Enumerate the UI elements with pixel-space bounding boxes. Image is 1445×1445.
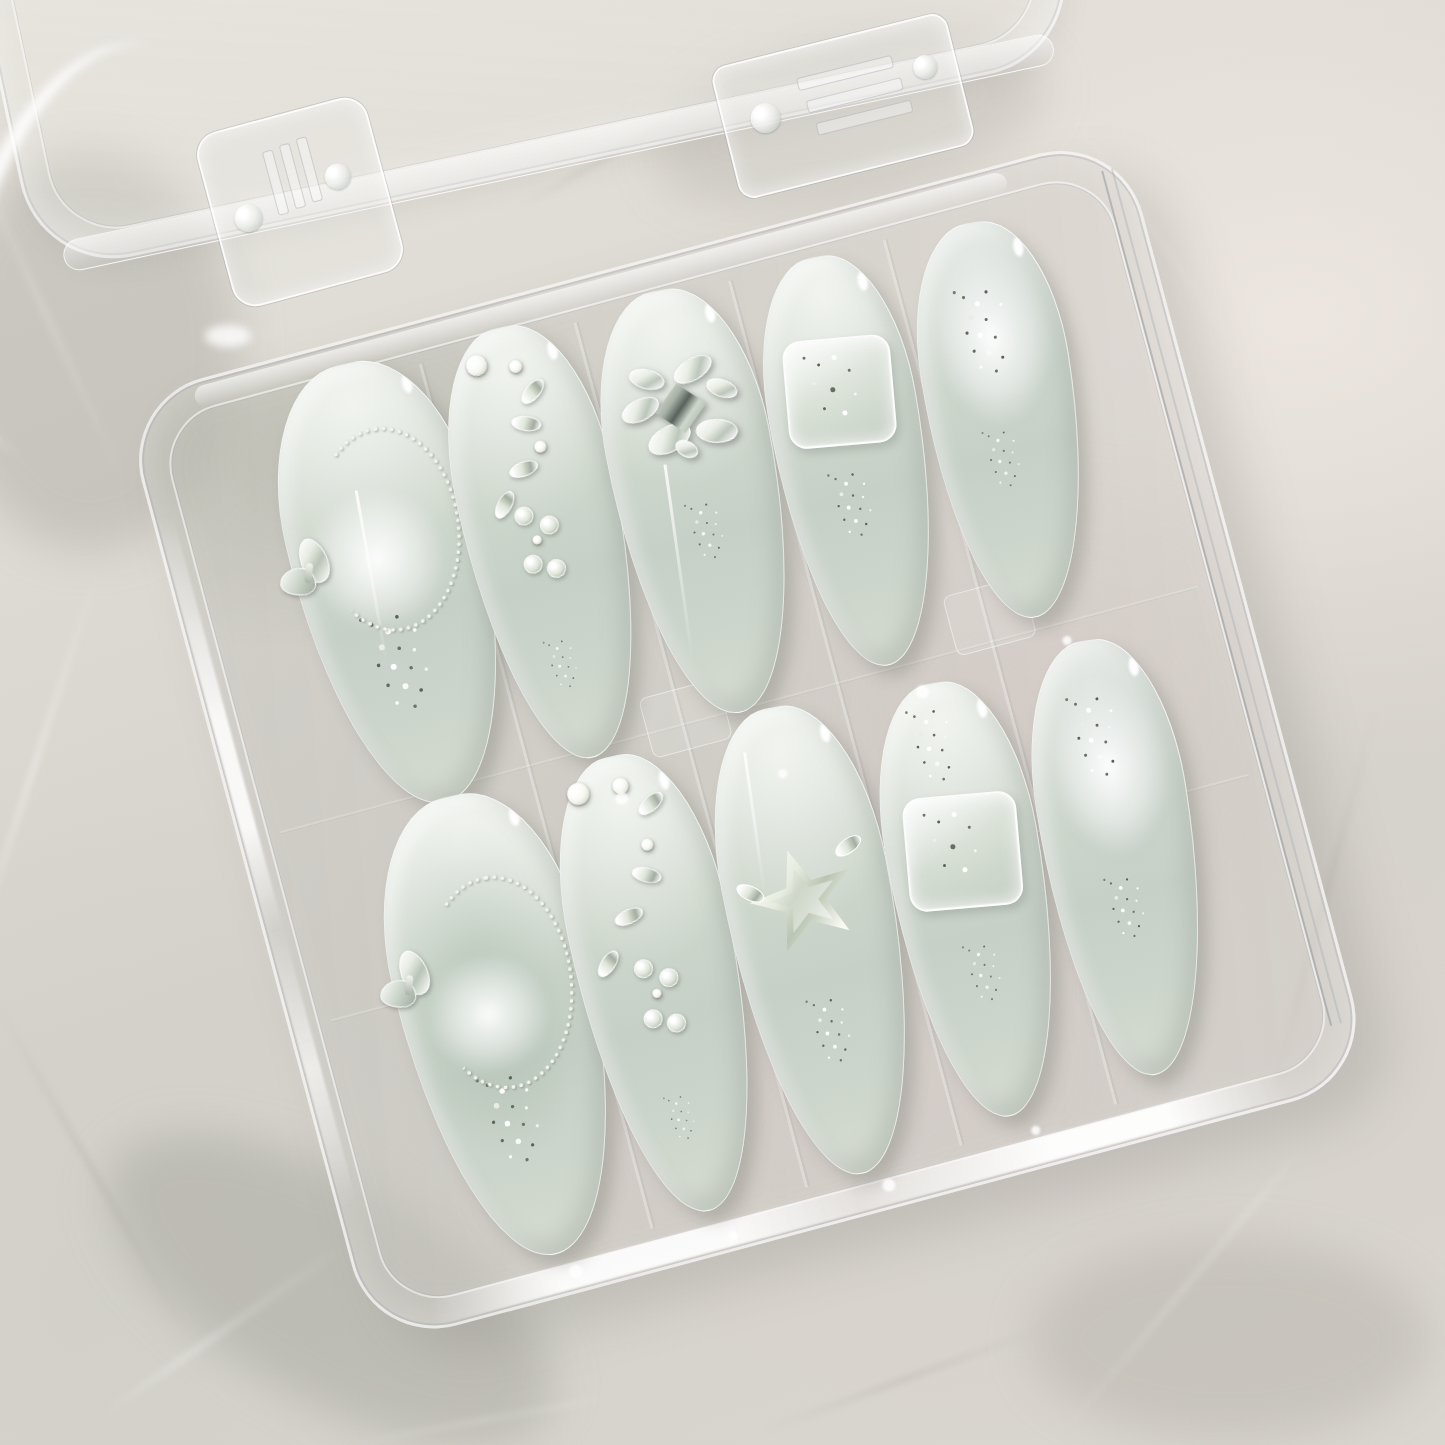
foil-flecks xyxy=(1103,878,1106,881)
pearl xyxy=(565,780,591,806)
gloss-streak xyxy=(743,752,766,893)
crystal-flower-petal xyxy=(666,1012,689,1035)
flower-center xyxy=(532,535,543,546)
foil-flecks xyxy=(827,474,830,477)
crystal xyxy=(704,375,740,402)
crystal-leaf xyxy=(635,787,667,818)
gloss-highlight xyxy=(975,697,988,718)
gloss-highlight xyxy=(818,722,832,744)
hinge-pin xyxy=(231,201,265,235)
crystal-leaf xyxy=(612,904,646,930)
paper-shadow xyxy=(1030,1240,1430,1440)
pearl xyxy=(533,439,547,453)
crystal-leaf xyxy=(517,375,548,408)
hinge-pin xyxy=(322,160,354,192)
foil-flecks xyxy=(683,505,685,507)
paper-crease xyxy=(761,1326,1045,1433)
foil-flecks xyxy=(961,946,963,948)
foil-flecks xyxy=(805,1001,808,1004)
gem-flecks xyxy=(922,814,925,817)
crystal xyxy=(618,392,664,429)
square-gel-gem-charm xyxy=(781,333,898,450)
gloss-highlight xyxy=(400,373,414,395)
crystal-flower-petal xyxy=(658,966,681,989)
paper-crease xyxy=(0,569,101,970)
flower-center xyxy=(652,988,663,999)
square-gel-gem-charm xyxy=(901,790,1025,914)
pearl xyxy=(465,353,490,378)
crystal-flower-petal xyxy=(513,505,536,528)
hinge-pin xyxy=(910,52,939,81)
foil-flecks xyxy=(904,711,907,714)
pearl xyxy=(508,359,523,374)
gloss-streak xyxy=(664,464,694,659)
hinge-pin xyxy=(747,100,783,136)
crystal-flower-petal xyxy=(641,1007,664,1030)
crystal-leaf xyxy=(594,947,623,980)
gem-flecks xyxy=(802,357,805,360)
crystal-flower-petal xyxy=(538,513,561,536)
crystal xyxy=(627,365,667,393)
gloss-highlight xyxy=(704,303,718,325)
crystal xyxy=(696,419,738,444)
crystal-leaf xyxy=(630,865,663,886)
photo-stage xyxy=(0,0,1445,1445)
pearl xyxy=(640,838,654,852)
lid-glint xyxy=(205,325,251,347)
crystal-leaf xyxy=(511,415,542,433)
crystal-flower-petal xyxy=(632,957,655,980)
gloss-highlight xyxy=(856,270,869,291)
crystal-flower-petal xyxy=(522,553,545,576)
crystal-flower-petal xyxy=(545,557,568,580)
crystal-leaf xyxy=(507,457,540,481)
